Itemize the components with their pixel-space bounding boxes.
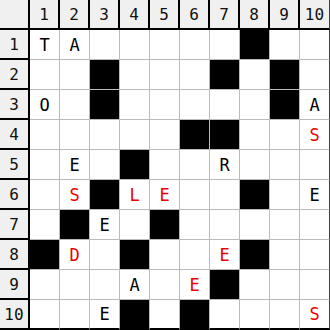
cell-r2-c10[interactable] [300, 60, 330, 90]
cell-r7-c4[interactable] [120, 210, 150, 240]
cell-r5-c2[interactable]: E [60, 150, 90, 180]
row-header-3: 3 [0, 90, 30, 120]
cell-r3-c7[interactable] [210, 90, 240, 120]
cell-r4-c2[interactable] [60, 120, 90, 150]
black-cell-r10-c4 [120, 300, 150, 330]
row-header-7: 7 [0, 210, 30, 240]
cell-r6-c1[interactable] [30, 180, 60, 210]
cell-r7-c6[interactable] [180, 210, 210, 240]
row-header-9: 9 [0, 270, 30, 300]
cell-r9-c6[interactable]: E [180, 270, 210, 300]
cell-r6-c7[interactable] [210, 180, 240, 210]
cell-r5-c6[interactable] [180, 150, 210, 180]
cell-r3-c4[interactable] [120, 90, 150, 120]
cell-r8-c9[interactable] [270, 240, 300, 270]
row-header-6: 6 [0, 180, 30, 210]
cell-r10-c9[interactable] [270, 300, 300, 330]
col-header-10: 10 [300, 0, 330, 30]
cell-r5-c9[interactable] [270, 150, 300, 180]
cell-r2-c1[interactable] [30, 60, 60, 90]
cell-r1-c5[interactable] [150, 30, 180, 60]
cell-r8-c2[interactable]: D [60, 240, 90, 270]
black-cell-r2-c3 [90, 60, 120, 90]
cell-r8-c7[interactable]: E [210, 240, 240, 270]
cell-r7-c1[interactable] [30, 210, 60, 240]
col-header-3: 3 [90, 0, 120, 30]
cell-r7-c9[interactable] [270, 210, 300, 240]
cell-r10-c2[interactable] [60, 300, 90, 330]
black-cell-r8-c4 [120, 240, 150, 270]
cell-r7-c3[interactable]: E [90, 210, 120, 240]
cell-r1-c7[interactable] [210, 30, 240, 60]
row-header-8: 8 [0, 240, 30, 270]
black-cell-r5-c4 [120, 150, 150, 180]
cell-r4-c10[interactable]: S [300, 120, 330, 150]
black-cell-r9-c7 [210, 270, 240, 300]
cell-r3-c6[interactable] [180, 90, 210, 120]
cell-r3-c2[interactable] [60, 90, 90, 120]
cell-r1-c6[interactable] [180, 30, 210, 60]
cell-r6-c5[interactable]: E [150, 180, 180, 210]
black-cell-r2-c9 [270, 60, 300, 90]
cell-r5-c7[interactable]: R [210, 150, 240, 180]
cell-r2-c6[interactable] [180, 60, 210, 90]
black-cell-r8-c1 [30, 240, 60, 270]
black-cell-r3-c3 [90, 90, 120, 120]
black-cell-r4-c7 [210, 120, 240, 150]
black-cell-r8-c8 [240, 240, 270, 270]
black-cell-r7-c2 [60, 210, 90, 240]
row-header-2: 2 [0, 60, 30, 90]
cell-r6-c6[interactable] [180, 180, 210, 210]
col-header-1: 1 [30, 0, 60, 30]
cell-r4-c8[interactable] [240, 120, 270, 150]
cell-r1-c1[interactable]: T [30, 30, 60, 60]
cell-r4-c1[interactable] [30, 120, 60, 150]
cell-r10-c7[interactable] [210, 300, 240, 330]
cell-r8-c5[interactable] [150, 240, 180, 270]
cell-r1-c10[interactable] [300, 30, 330, 60]
cell-r4-c4[interactable] [120, 120, 150, 150]
black-cell-r6-c3 [90, 180, 120, 210]
cell-r2-c4[interactable] [120, 60, 150, 90]
cell-r6-c4[interactable]: L [120, 180, 150, 210]
col-header-8: 8 [240, 0, 270, 30]
cell-r9-c10[interactable] [300, 270, 330, 300]
cell-r5-c10[interactable] [300, 150, 330, 180]
black-cell-r1-c8 [240, 30, 270, 60]
cell-r9-c8[interactable] [240, 270, 270, 300]
cell-r10-c8[interactable] [240, 300, 270, 330]
black-cell-r7-c5 [150, 210, 180, 240]
cell-r9-c1[interactable] [30, 270, 60, 300]
cell-r5-c3[interactable] [90, 150, 120, 180]
col-header-9: 9 [270, 0, 300, 30]
row-header-1: 1 [0, 30, 30, 60]
cell-r8-c10[interactable] [300, 240, 330, 270]
cell-r1-c9[interactable] [270, 30, 300, 60]
cell-r3-c10[interactable]: A [300, 90, 330, 120]
cell-r6-c9[interactable] [270, 180, 300, 210]
col-header-4: 4 [120, 0, 150, 30]
cell-r9-c9[interactable] [270, 270, 300, 300]
black-cell-r2-c7 [210, 60, 240, 90]
cell-r3-c1[interactable]: O [30, 90, 60, 120]
cell-r4-c5[interactable] [150, 120, 180, 150]
cell-r1-c3[interactable] [90, 30, 120, 60]
cell-r8-c3[interactable] [90, 240, 120, 270]
col-header-6: 6 [180, 0, 210, 30]
cell-r7-c8[interactable] [240, 210, 270, 240]
cell-r3-c5[interactable] [150, 90, 180, 120]
cell-r4-c3[interactable] [90, 120, 120, 150]
col-header-5: 5 [150, 0, 180, 30]
corner-cell [0, 0, 30, 30]
cell-r5-c8[interactable] [240, 150, 270, 180]
cell-r10-c3[interactable]: E [90, 300, 120, 330]
cell-r9-c4[interactable]: A [120, 270, 150, 300]
cell-r2-c2[interactable] [60, 60, 90, 90]
crossword-board: 123456789101TA23OA4S5ER6SLEE7E8DE9AE10ES [0, 0, 330, 330]
cell-r1-c4[interactable] [120, 30, 150, 60]
cell-r9-c2[interactable] [60, 270, 90, 300]
cell-r5-c1[interactable] [30, 150, 60, 180]
cell-r2-c8[interactable] [240, 60, 270, 90]
black-cell-r3-c9 [270, 90, 300, 120]
row-header-5: 5 [0, 150, 30, 180]
cell-r10-c10[interactable]: S [300, 300, 330, 330]
cell-r10-c5[interactable] [150, 300, 180, 330]
cell-r3-c8[interactable] [240, 90, 270, 120]
cell-r9-c5[interactable] [150, 270, 180, 300]
row-header-10: 10 [0, 300, 30, 330]
cell-r6-c10[interactable]: E [300, 180, 330, 210]
cell-r7-c7[interactable] [210, 210, 240, 240]
col-header-7: 7 [210, 0, 240, 30]
black-cell-r6-c8 [240, 180, 270, 210]
black-cell-r4-c6 [180, 120, 210, 150]
cell-r5-c5[interactable] [150, 150, 180, 180]
col-header-2: 2 [60, 0, 90, 30]
cell-r6-c2[interactable]: S [60, 180, 90, 210]
black-cell-r10-c6 [180, 300, 210, 330]
cell-r8-c6[interactable] [180, 240, 210, 270]
cell-r4-c9[interactable] [270, 120, 300, 150]
cell-r1-c2[interactable]: A [60, 30, 90, 60]
cell-r2-c5[interactable] [150, 60, 180, 90]
row-header-4: 4 [0, 120, 30, 150]
cell-r10-c1[interactable] [30, 300, 60, 330]
cell-r7-c10[interactable] [300, 210, 330, 240]
cell-r9-c3[interactable] [90, 270, 120, 300]
